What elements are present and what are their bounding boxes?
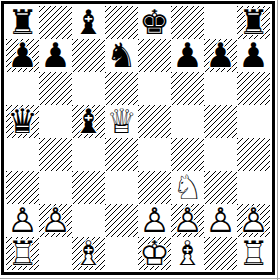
square-f5 <box>171 105 204 138</box>
white-queen-d5: ♛♕ <box>105 105 138 138</box>
chess-diagram: ♜♜♝♝♚♚♜♜♟♟♟♟♞♞♟♟♟♟♟♟♛♛♝♝♛♕♞♘♟♙♟♙♟♙♟♙♟♙♟♙… <box>0 0 280 280</box>
square-c1: ♝♗ <box>72 237 105 270</box>
piece-glyph: ♟ <box>205 39 235 72</box>
piece-glyph: ♔ <box>139 237 169 270</box>
chess-board: ♜♜♝♝♚♚♜♜♟♟♟♟♞♞♟♟♟♟♟♟♛♛♝♝♛♕♞♘♟♙♟♙♟♙♟♙♟♙♟♙… <box>6 6 270 270</box>
piece-glyph: ♞ <box>106 39 136 72</box>
square-b6 <box>39 72 72 105</box>
white-king-e1: ♚♔ <box>138 237 171 270</box>
piece-glyph: ♝ <box>73 105 103 138</box>
square-a1: ♜♖ <box>6 237 39 270</box>
piece-glyph: ♖ <box>238 237 268 270</box>
white-bishop-f1: ♝♗ <box>171 237 204 270</box>
square-c5: ♝♝ <box>72 105 105 138</box>
black-king-e8: ♚♚ <box>138 6 171 39</box>
square-h5 <box>237 105 270 138</box>
square-d2 <box>105 204 138 237</box>
black-bishop-c5: ♝♝ <box>72 105 105 138</box>
square-b2: ♟♙ <box>39 204 72 237</box>
piece-glyph: ♟ <box>172 39 202 72</box>
black-pawn-f7: ♟♟ <box>171 39 204 72</box>
piece-glyph: ♕ <box>106 105 136 138</box>
square-h4 <box>237 138 270 171</box>
black-knight-d7: ♞♞ <box>105 39 138 72</box>
black-pawn-b7: ♟♟ <box>39 39 72 72</box>
square-a4 <box>6 138 39 171</box>
square-g1 <box>204 237 237 270</box>
black-pawn-g7: ♟♟ <box>204 39 237 72</box>
page-edge-line-bottom <box>0 278 280 279</box>
square-d5: ♛♕ <box>105 105 138 138</box>
piece-glyph: ♙ <box>205 204 235 237</box>
square-h6 <box>237 72 270 105</box>
square-g6 <box>204 72 237 105</box>
white-bishop-c1: ♝♗ <box>72 237 105 270</box>
white-pawn-b2: ♟♙ <box>39 204 72 237</box>
square-g4 <box>204 138 237 171</box>
black-bishop-c8: ♝♝ <box>72 6 105 39</box>
square-c4 <box>72 138 105 171</box>
square-h1: ♜♖ <box>237 237 270 270</box>
square-h7: ♟♟ <box>237 39 270 72</box>
square-e4 <box>138 138 171 171</box>
black-queen-a5: ♛♛ <box>6 105 39 138</box>
piece-glyph: ♝ <box>73 6 103 39</box>
square-e8: ♚♚ <box>138 6 171 39</box>
square-g5 <box>204 105 237 138</box>
page-edge-line-right <box>277 0 278 280</box>
square-g2: ♟♙ <box>204 204 237 237</box>
square-f7: ♟♟ <box>171 39 204 72</box>
square-d3 <box>105 171 138 204</box>
square-c3 <box>72 171 105 204</box>
square-f1: ♝♗ <box>171 237 204 270</box>
white-rook-a1: ♜♖ <box>6 237 39 270</box>
white-pawn-g2: ♟♙ <box>204 204 237 237</box>
square-a7: ♟♟ <box>6 39 39 72</box>
piece-glyph: ♚ <box>139 6 169 39</box>
piece-glyph: ♗ <box>172 237 202 270</box>
square-b7: ♟♟ <box>39 39 72 72</box>
piece-glyph: ♟ <box>7 39 37 72</box>
piece-glyph: ♗ <box>73 237 103 270</box>
square-a5: ♛♛ <box>6 105 39 138</box>
square-b4 <box>39 138 72 171</box>
square-d7: ♞♞ <box>105 39 138 72</box>
square-d4 <box>105 138 138 171</box>
piece-glyph: ♟ <box>40 39 70 72</box>
white-rook-h1: ♜♖ <box>237 237 270 270</box>
square-e1: ♚♔ <box>138 237 171 270</box>
board-frame: ♜♜♝♝♚♚♜♜♟♟♟♟♞♞♟♟♟♟♟♟♛♛♝♝♛♕♞♘♟♙♟♙♟♙♟♙♟♙♟♙… <box>1 1 275 275</box>
piece-glyph: ♟ <box>238 39 268 72</box>
piece-glyph: ♖ <box>7 237 37 270</box>
square-f6 <box>171 72 204 105</box>
black-pawn-h7: ♟♟ <box>237 39 270 72</box>
square-d1 <box>105 237 138 270</box>
piece-glyph: ♙ <box>40 204 70 237</box>
square-e5 <box>138 105 171 138</box>
square-c7 <box>72 39 105 72</box>
square-e6 <box>138 72 171 105</box>
black-pawn-a7: ♟♟ <box>6 39 39 72</box>
square-e7 <box>138 39 171 72</box>
square-b1 <box>39 237 72 270</box>
square-c8: ♝♝ <box>72 6 105 39</box>
square-b5 <box>39 105 72 138</box>
piece-glyph: ♛ <box>7 105 37 138</box>
square-g7: ♟♟ <box>204 39 237 72</box>
